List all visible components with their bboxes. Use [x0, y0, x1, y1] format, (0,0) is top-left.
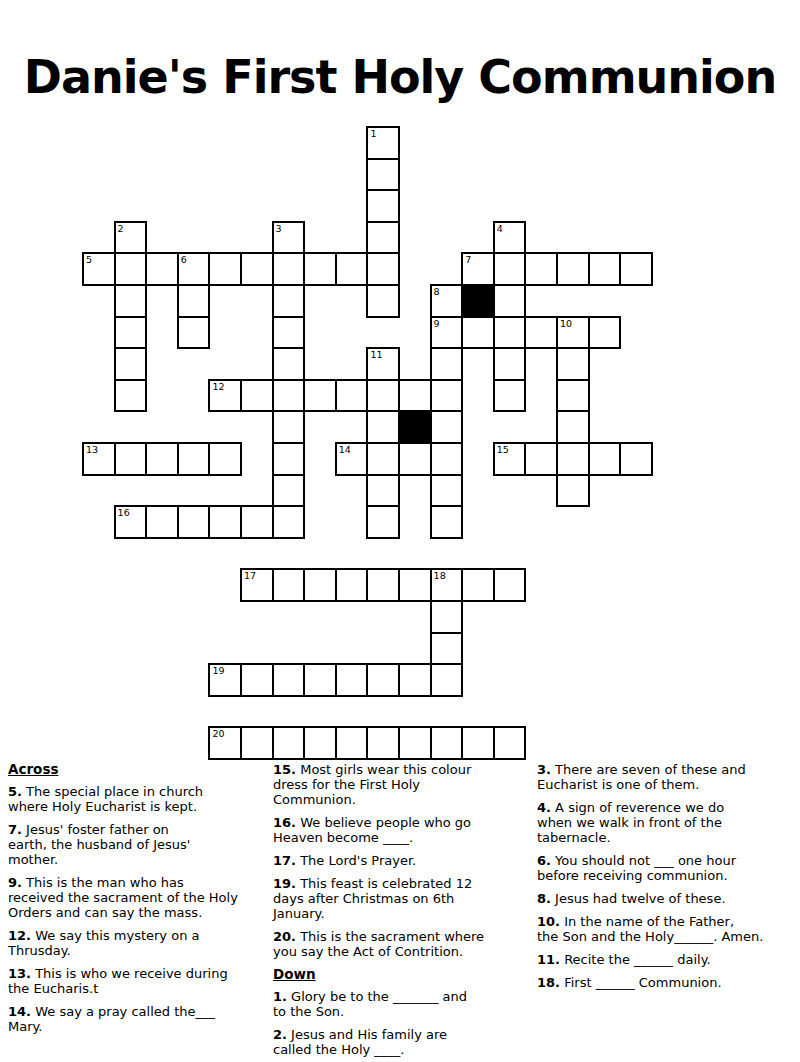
grid-cell[interactable]: 4 [493, 221, 527, 255]
cell-number: 7 [465, 254, 471, 265]
grid-cell[interactable] [619, 442, 653, 476]
grid-cell[interactable] [430, 474, 464, 508]
clue-7: 7. Jesus' foster father onearth, the hus… [8, 822, 273, 867]
clue-number-label: 19. [273, 876, 296, 891]
cell-number: 6 [181, 254, 187, 265]
grid-cell[interactable] [430, 347, 464, 381]
grid-cell[interactable] [335, 726, 369, 760]
clue-column-1: Across5. The special place in churchwher… [8, 762, 273, 1062]
grid-cell[interactable] [524, 252, 558, 286]
grid-cell[interactable] [272, 316, 306, 350]
cell-number: 19 [212, 665, 224, 676]
grid-cell[interactable] [588, 316, 622, 350]
clue-number-label: 9. [8, 875, 22, 890]
grid-cell[interactable] [588, 252, 622, 286]
grid-cell[interactable] [366, 663, 400, 697]
crossword-grid: 1234567891011121314151617181920 [83, 127, 653, 761]
grid-cell[interactable] [366, 189, 400, 223]
grid-cell[interactable]: 3 [272, 221, 306, 255]
grid-cell[interactable] [145, 442, 179, 476]
grid-cell[interactable] [366, 505, 400, 539]
grid-cell[interactable] [556, 252, 590, 286]
grid-cell[interactable] [366, 568, 400, 602]
grid-cell[interactable] [114, 316, 148, 350]
cell-number: 12 [212, 381, 224, 392]
grid-cell[interactable] [556, 442, 590, 476]
grid-cell[interactable] [272, 252, 306, 286]
grid-cell[interactable] [493, 568, 527, 602]
grid-cell[interactable] [398, 663, 432, 697]
grid-cell[interactable] [493, 726, 527, 760]
grid-cell[interactable] [240, 726, 274, 760]
grid-cell[interactable] [272, 379, 306, 413]
grid-cell[interactable]: 2 [114, 221, 148, 255]
clue-number-label: 16. [273, 815, 296, 830]
grid-cell[interactable] [272, 568, 306, 602]
grid-cell[interactable] [335, 568, 369, 602]
clue-11: 11. Recite the ______ daily. [537, 952, 793, 967]
grid-cell[interactable] [430, 726, 464, 760]
clue-9: 9. This is the man who hasreceived the s… [8, 875, 273, 920]
grid-cell[interactable] [177, 284, 211, 318]
clue-number-label: 15. [273, 762, 296, 777]
grid-cell[interactable] [303, 663, 337, 697]
grid-cell[interactable] [366, 410, 400, 444]
cell-number: 17 [244, 570, 256, 581]
grid-cell[interactable] [366, 252, 400, 286]
grid-cell[interactable] [556, 410, 590, 444]
clue-4: 4. A sign of reverence we dowhen we walk… [537, 800, 793, 845]
grid-cell[interactable] [114, 347, 148, 381]
grid-cell[interactable]: 19 [208, 663, 242, 697]
grid-cell[interactable] [556, 347, 590, 381]
clue-number-label: 2. [273, 1027, 287, 1042]
grid-cell[interactable] [272, 726, 306, 760]
grid-cell[interactable] [493, 347, 527, 381]
clue-number-label: 20. [273, 929, 296, 944]
grid-cell[interactable] [272, 505, 306, 539]
cell-number: 4 [497, 223, 503, 234]
grid-cell[interactable]: 17 [240, 568, 274, 602]
grid-cell[interactable] [556, 379, 590, 413]
cell-number: 16 [118, 507, 130, 518]
clue-12: 12. We say this mystery on aThrusday. [8, 928, 273, 958]
grid-cell[interactable]: 12 [208, 379, 242, 413]
grid-cell[interactable] [461, 568, 495, 602]
grid-cell[interactable] [366, 379, 400, 413]
clue-17: 17. The Lord's Prayer. [273, 853, 537, 868]
clue-column-2: 15. Most girls wear this colourdress for… [273, 762, 537, 1062]
grid-cell[interactable]: 11 [366, 347, 400, 381]
clue-column-3: 3. There are seven of these andEucharist… [537, 762, 793, 1062]
clue-2: 2. Jesus and His family arecalled the Ho… [273, 1027, 537, 1057]
grid-cell[interactable] [272, 284, 306, 318]
cell-number: 14 [339, 444, 351, 455]
grid-cell[interactable] [335, 379, 369, 413]
grid-cell[interactable] [114, 379, 148, 413]
grid-cell[interactable] [177, 442, 211, 476]
grid-cell[interactable] [461, 726, 495, 760]
cell-number: 2 [118, 223, 124, 234]
grid-cell[interactable] [335, 663, 369, 697]
grid-cell[interactable] [366, 726, 400, 760]
clue-header-down: Down [273, 967, 537, 982]
grid-cell[interactable] [524, 442, 558, 476]
grid-cell[interactable] [461, 316, 495, 350]
grid-cell[interactable] [366, 474, 400, 508]
grid-cell[interactable] [430, 410, 464, 444]
clue-20: 20. This is the sacrament whereyou say t… [273, 929, 537, 959]
cell-number: 20 [212, 728, 224, 739]
cell-number: 18 [434, 570, 446, 581]
clue-list: Across5. The special place in churchwher… [8, 762, 796, 1062]
grid-cell[interactable]: 14 [335, 442, 369, 476]
grid-cell[interactable] [619, 252, 653, 286]
grid-cell[interactable] [366, 158, 400, 192]
grid-cell[interactable] [430, 632, 464, 666]
grid-cell[interactable]: 20 [208, 726, 242, 760]
clue-6: 6. You should not ___ one hourbefore rec… [537, 853, 793, 883]
grid-cell[interactable] [366, 221, 400, 255]
grid-cell[interactable] [398, 568, 432, 602]
grid-cell[interactable] [208, 505, 242, 539]
grid-cell[interactable] [240, 252, 274, 286]
clue-number-label: 5. [8, 784, 22, 799]
grid-cell[interactable] [366, 284, 400, 318]
clue-1: 1. Glory be to the _______ andto the Son… [273, 989, 537, 1019]
grid-cell[interactable] [145, 252, 179, 286]
grid-cell[interactable] [430, 505, 464, 539]
grid-cell[interactable] [398, 442, 432, 476]
grid-cell[interactable] [240, 663, 274, 697]
grid-cell[interactable] [398, 379, 432, 413]
grid-cell[interactable]: 13 [82, 442, 116, 476]
puzzle-title: Danie's First Holy Communion [0, 50, 800, 104]
grid-cell[interactable] [556, 474, 590, 508]
grid-cell[interactable] [208, 252, 242, 286]
grid-cell[interactable]: 18 [430, 568, 464, 602]
clue-10: 10. In the name of the Father,the Son an… [537, 914, 793, 944]
grid-cell[interactable] [240, 505, 274, 539]
clue-3: 3. There are seven of these andEucharist… [537, 762, 793, 792]
clue-header-across: Across [8, 762, 273, 777]
grid-cell[interactable] [272, 663, 306, 697]
grid-cell[interactable]: 9 [430, 316, 464, 350]
grid-cell[interactable] [303, 568, 337, 602]
cell-number: 11 [370, 349, 382, 360]
grid-cell[interactable] [335, 252, 369, 286]
clue-number-label: 13. [8, 966, 31, 981]
grid-cell[interactable]: 8 [430, 284, 464, 318]
grid-cell[interactable] [145, 505, 179, 539]
clue-18: 18. First ______ Communion. [537, 975, 793, 990]
clue-number-label: 6. [537, 853, 551, 868]
grid-cell[interactable] [240, 379, 274, 413]
clue-number-label: 7. [8, 822, 22, 837]
grid-cell[interactable] [177, 316, 211, 350]
clue-number-label: 1. [273, 989, 287, 1004]
clue-number-label: 14. [8, 1004, 31, 1019]
grid-cell[interactable] [177, 505, 211, 539]
grid-cell[interactable] [303, 726, 337, 760]
grid-cell[interactable] [272, 442, 306, 476]
cell-number: 13 [86, 444, 98, 455]
grid-cell[interactable] [303, 252, 337, 286]
grid-cell[interactable]: 15 [493, 442, 527, 476]
grid-cell[interactable] [430, 379, 464, 413]
clue-number-label: 18. [537, 975, 560, 990]
grid-cell[interactable] [114, 252, 148, 286]
grid-cell[interactable] [493, 316, 527, 350]
grid-cell[interactable] [272, 474, 306, 508]
clue-number-label: 8. [537, 891, 551, 906]
grid-cell[interactable]: 16 [114, 505, 148, 539]
clue-number-label: 11. [537, 952, 560, 967]
grid-cell[interactable] [272, 347, 306, 381]
cell-number: 10 [560, 318, 572, 329]
grid-cell[interactable] [430, 600, 464, 634]
grid-cell[interactable] [493, 379, 527, 413]
grid-cell[interactable] [430, 663, 464, 697]
grid-cell[interactable]: 7 [461, 252, 495, 286]
grid-cell[interactable]: 5 [82, 252, 116, 286]
clue-number-label: 10. [537, 914, 560, 929]
grid-cell[interactable] [366, 442, 400, 476]
grid-cell[interactable] [524, 316, 558, 350]
grid-cell[interactable] [430, 442, 464, 476]
grid-cell[interactable] [398, 726, 432, 760]
clue-5: 5. The special place in churchwhere Holy… [8, 784, 273, 814]
grid-cell[interactable] [303, 379, 337, 413]
blocked-cell [398, 410, 432, 444]
clue-14: 14. We say a pray called the___Mary. [8, 1004, 273, 1034]
cell-number: 3 [276, 223, 282, 234]
blocked-cell [461, 284, 495, 318]
clue-8: 8. Jesus had twelve of these. [537, 891, 793, 906]
grid-cell[interactable]: 6 [177, 252, 211, 286]
grid-cell[interactable] [114, 284, 148, 318]
grid-cell[interactable] [208, 442, 242, 476]
clue-16: 16. We believe people who goHeaven becom… [273, 815, 537, 845]
clue-15: 15. Most girls wear this colourdress for… [273, 762, 537, 807]
cell-number: 15 [497, 444, 509, 455]
clue-number-label: 17. [273, 853, 296, 868]
clue-number-label: 12. [8, 928, 31, 943]
grid-cell[interactable] [114, 442, 148, 476]
grid-cell[interactable]: 1 [366, 126, 400, 160]
grid-cell[interactable] [272, 410, 306, 444]
cell-number: 1 [370, 128, 376, 139]
grid-cell[interactable]: 10 [556, 316, 590, 350]
clue-number-label: 3. [537, 762, 551, 777]
grid-cell[interactable] [493, 252, 527, 286]
cell-number: 9 [434, 318, 440, 329]
clue-19: 19. This feast is celebrated 12days afte… [273, 876, 537, 921]
clue-13: 13. This is who we receive duringthe Euc… [8, 966, 273, 996]
cell-number: 5 [86, 254, 92, 265]
cell-number: 8 [434, 286, 440, 297]
clue-number-label: 4. [537, 800, 551, 815]
grid-cell[interactable] [588, 442, 622, 476]
grid-cell[interactable] [493, 284, 527, 318]
